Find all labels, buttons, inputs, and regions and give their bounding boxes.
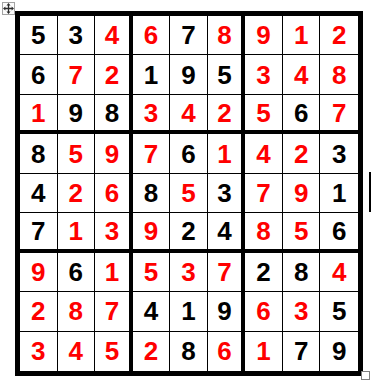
sudoku-cell-r7c6[interactable]: 7	[208, 253, 246, 292]
sudoku-cell-r4c3[interactable]: 9	[95, 134, 133, 173]
sudoku-cell-r2c4[interactable]: 1	[133, 55, 171, 94]
sudoku-cell-r1c3[interactable]: 4	[95, 16, 133, 55]
sudoku-cell-r9c8[interactable]: 7	[283, 332, 321, 371]
sudoku-cell-r5c3[interactable]: 6	[95, 174, 133, 213]
sudoku-cell-r8c7[interactable]: 6	[245, 292, 283, 331]
sudoku-cell-r1c6[interactable]: 8	[208, 16, 246, 55]
sudoku-cell-r3c9[interactable]: 7	[320, 95, 358, 134]
sudoku-cell-r9c7[interactable]: 1	[245, 332, 283, 371]
sudoku-cell-r8c6[interactable]: 9	[208, 292, 246, 331]
sudoku-cell-r9c6[interactable]: 6	[208, 332, 246, 371]
sudoku-cell-r4c2[interactable]: 5	[58, 134, 96, 173]
sudoku-cell-r3c4[interactable]: 3	[133, 95, 171, 134]
document-canvas: 5346789126721953481983425678597614234268…	[0, 0, 372, 383]
sudoku-cell-r7c7[interactable]: 2	[245, 253, 283, 292]
sudoku-cell-r6c8[interactable]: 5	[283, 213, 321, 252]
sudoku-cell-r7c1[interactable]: 9	[20, 253, 58, 292]
sudoku-cell-r5c1[interactable]: 4	[20, 174, 58, 213]
sudoku-cell-r5c6[interactable]: 3	[208, 174, 246, 213]
sudoku-cell-r3c3[interactable]: 8	[95, 95, 133, 134]
sudoku-cell-r2c3[interactable]: 2	[95, 55, 133, 94]
sudoku-cell-r3c8[interactable]: 6	[283, 95, 321, 134]
sudoku-cell-r5c7[interactable]: 7	[245, 174, 283, 213]
sudoku-cell-r9c5[interactable]: 8	[170, 332, 208, 371]
sudoku-cell-r8c4[interactable]: 4	[133, 292, 171, 331]
sudoku-cell-r6c4[interactable]: 9	[133, 213, 171, 252]
sudoku-cell-r8c3[interactable]: 7	[95, 292, 133, 331]
sudoku-cell-r9c4[interactable]: 2	[133, 332, 171, 371]
sudoku-cell-r6c9[interactable]: 6	[320, 213, 358, 252]
sudoku-cell-r4c9[interactable]: 3	[320, 134, 358, 173]
sudoku-cell-r6c2[interactable]: 1	[58, 213, 96, 252]
sudoku-cell-r5c4[interactable]: 8	[133, 174, 171, 213]
sudoku-cell-r1c4[interactable]: 6	[133, 16, 171, 55]
sudoku-cell-r1c2[interactable]: 3	[58, 16, 96, 55]
sudoku-cell-r9c3[interactable]: 5	[95, 332, 133, 371]
sudoku-cell-r3c6[interactable]: 2	[208, 95, 246, 134]
sudoku-cell-r1c9[interactable]: 2	[320, 16, 358, 55]
sudoku-cell-r7c2[interactable]: 6	[58, 253, 96, 292]
sudoku-cell-r8c1[interactable]: 2	[20, 292, 58, 331]
sudoku-cell-r6c3[interactable]: 3	[95, 213, 133, 252]
sudoku-cell-r7c8[interactable]: 8	[283, 253, 321, 292]
sudoku-cell-r7c4[interactable]: 5	[133, 253, 171, 292]
sudoku-cell-r2c9[interactable]: 8	[320, 55, 358, 94]
sudoku-cell-r9c9[interactable]: 9	[320, 332, 358, 371]
sudoku-cell-r2c5[interactable]: 9	[170, 55, 208, 94]
sudoku-cell-r6c1[interactable]: 7	[20, 213, 58, 252]
sudoku-cell-r3c1[interactable]: 1	[20, 95, 58, 134]
sudoku-cell-r8c2[interactable]: 8	[58, 292, 96, 331]
sudoku-cell-r9c2[interactable]: 4	[58, 332, 96, 371]
sudoku-cell-r4c1[interactable]: 8	[20, 134, 58, 173]
table-move-handle[interactable]	[2, 2, 15, 15]
move-icon	[3, 3, 14, 14]
sudoku-cell-r4c8[interactable]: 2	[283, 134, 321, 173]
sudoku-cell-r5c2[interactable]: 2	[58, 174, 96, 213]
sudoku-cell-r5c9[interactable]: 1	[320, 174, 358, 213]
sudoku-cell-r1c5[interactable]: 7	[170, 16, 208, 55]
sudoku-cell-r2c1[interactable]: 6	[20, 55, 58, 94]
sudoku-cell-r6c5[interactable]: 2	[170, 213, 208, 252]
sudoku-board: 5346789126721953481983425678597614234268…	[15, 11, 363, 376]
sudoku-cell-r1c7[interactable]: 9	[245, 16, 283, 55]
sudoku-cell-r7c5[interactable]: 3	[170, 253, 208, 292]
sudoku-cell-r6c7[interactable]: 8	[245, 213, 283, 252]
sudoku-cell-r3c2[interactable]: 9	[58, 95, 96, 134]
sudoku-cell-r4c6[interactable]: 1	[208, 134, 246, 173]
sudoku-cell-r7c3[interactable]: 1	[95, 253, 133, 292]
sudoku-cell-r5c5[interactable]: 5	[170, 174, 208, 213]
sudoku-cell-r2c2[interactable]: 7	[58, 55, 96, 94]
sudoku-cell-r8c5[interactable]: 1	[170, 292, 208, 331]
sudoku-cell-r4c5[interactable]: 6	[170, 134, 208, 173]
sudoku-cell-r6c6[interactable]: 4	[208, 213, 246, 252]
text-caret	[369, 172, 371, 212]
sudoku-cell-r2c6[interactable]: 5	[208, 55, 246, 94]
sudoku-cell-r4c4[interactable]: 7	[133, 134, 171, 173]
sudoku-cell-r3c5[interactable]: 4	[170, 95, 208, 134]
sudoku-cell-r3c7[interactable]: 5	[245, 95, 283, 134]
sudoku-cell-r2c7[interactable]: 3	[245, 55, 283, 94]
sudoku-cell-r9c1[interactable]: 3	[20, 332, 58, 371]
sudoku-cell-r8c9[interactable]: 5	[320, 292, 358, 331]
sudoku-cell-r2c8[interactable]: 4	[283, 55, 321, 94]
sudoku-cell-r4c7[interactable]: 4	[245, 134, 283, 173]
sudoku-cell-r1c1[interactable]: 5	[20, 16, 58, 55]
sudoku-cell-r5c8[interactable]: 9	[283, 174, 321, 213]
sudoku-cell-r8c8[interactable]: 3	[283, 292, 321, 331]
sudoku-cell-r1c8[interactable]: 1	[283, 16, 321, 55]
table-resize-handle[interactable]	[361, 371, 370, 380]
sudoku-cell-r7c9[interactable]: 4	[320, 253, 358, 292]
